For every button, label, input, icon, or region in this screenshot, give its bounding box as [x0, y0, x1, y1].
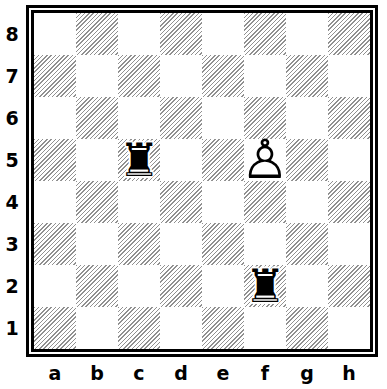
square-f2[interactable]: ♜: [244, 265, 286, 307]
square-a8[interactable]: [34, 13, 76, 55]
square-g7[interactable]: [286, 55, 328, 97]
square-h2[interactable]: [328, 265, 370, 307]
square-g1[interactable]: [286, 307, 328, 349]
square-g4[interactable]: [286, 181, 328, 223]
square-d8[interactable]: [160, 13, 202, 55]
rank-label-4: 4: [0, 181, 24, 223]
rank-label-8: 8: [0, 13, 24, 55]
square-d1[interactable]: [160, 307, 202, 349]
file-label-h: h: [328, 359, 370, 387]
square-d3[interactable]: [160, 223, 202, 265]
square-e8[interactable]: [202, 13, 244, 55]
square-a1[interactable]: [34, 307, 76, 349]
rank-label-5: 5: [0, 139, 24, 181]
square-e6[interactable]: [202, 97, 244, 139]
square-d2[interactable]: [160, 265, 202, 307]
square-f5[interactable]: ♙: [244, 139, 286, 181]
square-b4[interactable]: [76, 181, 118, 223]
rank-label-6: 6: [0, 97, 24, 139]
square-a2[interactable]: [34, 265, 76, 307]
square-c7[interactable]: [118, 55, 160, 97]
square-b3[interactable]: [76, 223, 118, 265]
file-label-b: b: [76, 359, 118, 387]
file-label-c: c: [118, 359, 160, 387]
square-g2[interactable]: [286, 265, 328, 307]
square-d5[interactable]: [160, 139, 202, 181]
file-label-a: a: [34, 359, 76, 387]
square-g8[interactable]: [286, 13, 328, 55]
piece-white-pawn-f5[interactable]: ♙: [241, 133, 289, 187]
square-h1[interactable]: [328, 307, 370, 349]
square-e4[interactable]: [202, 181, 244, 223]
square-e3[interactable]: [202, 223, 244, 265]
square-f4[interactable]: [244, 181, 286, 223]
square-f7[interactable]: [244, 55, 286, 97]
square-h5[interactable]: [328, 139, 370, 181]
square-b2[interactable]: [76, 265, 118, 307]
square-d7[interactable]: [160, 55, 202, 97]
square-g6[interactable]: [286, 97, 328, 139]
square-a7[interactable]: [34, 55, 76, 97]
square-b5[interactable]: [76, 139, 118, 181]
square-h8[interactable]: [328, 13, 370, 55]
square-a3[interactable]: [34, 223, 76, 265]
board-inner-border: ♜♙♜: [31, 10, 373, 352]
square-e1[interactable]: [202, 307, 244, 349]
square-c4[interactable]: [118, 181, 160, 223]
square-e2[interactable]: [202, 265, 244, 307]
square-f8[interactable]: [244, 13, 286, 55]
square-d4[interactable]: [160, 181, 202, 223]
rank-label-1: 1: [0, 307, 24, 349]
square-a6[interactable]: [34, 97, 76, 139]
square-c5[interactable]: ♜: [118, 139, 160, 181]
file-label-d: d: [160, 359, 202, 387]
square-e7[interactable]: [202, 55, 244, 97]
square-d6[interactable]: [160, 97, 202, 139]
square-b1[interactable]: [76, 307, 118, 349]
rank-label-3: 3: [0, 223, 24, 265]
square-c1[interactable]: [118, 307, 160, 349]
board-frame: ♜♙♜: [26, 5, 378, 357]
piece-black-rook-c5[interactable]: ♜: [118, 137, 159, 183]
square-b6[interactable]: [76, 97, 118, 139]
square-a4[interactable]: [34, 181, 76, 223]
file-label-e: e: [202, 359, 244, 387]
rank-label-7: 7: [0, 55, 24, 97]
file-label-g: g: [286, 359, 328, 387]
square-h4[interactable]: [328, 181, 370, 223]
square-h3[interactable]: [328, 223, 370, 265]
square-h7[interactable]: [328, 55, 370, 97]
square-b8[interactable]: [76, 13, 118, 55]
file-label-f: f: [244, 359, 286, 387]
square-a5[interactable]: [34, 139, 76, 181]
square-e5[interactable]: [202, 139, 244, 181]
square-g5[interactable]: [286, 139, 328, 181]
piece-black-rook-f2[interactable]: ♜: [244, 263, 285, 309]
square-h6[interactable]: [328, 97, 370, 139]
square-b7[interactable]: [76, 55, 118, 97]
chess-diagram: 87654321 ♜♙♜ abcdefgh: [0, 0, 387, 389]
chessboard: ♜♙♜: [34, 13, 370, 349]
square-c3[interactable]: [118, 223, 160, 265]
square-c2[interactable]: [118, 265, 160, 307]
square-c8[interactable]: [118, 13, 160, 55]
square-f1[interactable]: [244, 307, 286, 349]
rank-label-2: 2: [0, 265, 24, 307]
square-g3[interactable]: [286, 223, 328, 265]
